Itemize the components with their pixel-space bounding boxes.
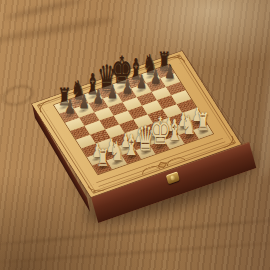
chess-set-product-photo: ♜♞♝♛♚♝♞♜♟♟♟♟♟♟♟♟♟♟♟♟♟♟♟♟♜♞♝♛♚♝♞♜ [0,0,270,270]
clasp-knob [170,175,176,182]
chess-piece-white-rook: ♜ [96,146,110,170]
chess-piece-white-bishop: ♝ [166,116,183,145]
corner-scroll-ornament [87,182,106,195]
corner-scroll-ornament [219,135,238,148]
corner-scroll-ornament [35,100,54,113]
chess-piece-black-pawn: ♟ [165,63,176,82]
chess-piece-white-knight: ♞ [181,113,196,139]
brass-clasp [166,171,180,184]
chess-piece-white-rook: ♜ [196,110,210,134]
chess-board: ♜♞♝♛♚♝♞♜♟♟♟♟♟♟♟♟♟♟♟♟♟♟♟♟♜♞♝♛♚♝♞♜ [53,64,214,175]
flourish-diamond [158,162,167,168]
